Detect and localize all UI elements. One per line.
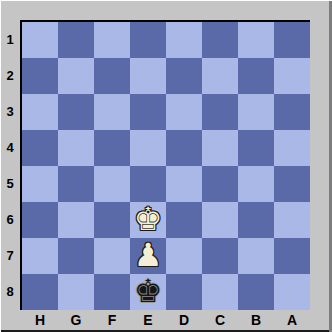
square-d2[interactable] xyxy=(166,58,202,94)
square-d7[interactable] xyxy=(166,238,202,274)
square-f5[interactable] xyxy=(94,166,130,202)
square-c5[interactable] xyxy=(202,166,238,202)
square-e3[interactable] xyxy=(130,94,166,130)
chess-board: ♚♟♚ xyxy=(20,20,310,310)
square-d5[interactable] xyxy=(166,166,202,202)
square-c1[interactable] xyxy=(202,22,238,58)
square-e2[interactable] xyxy=(130,58,166,94)
square-h2[interactable] xyxy=(22,58,58,94)
square-e6[interactable]: ♚ xyxy=(130,202,166,238)
square-d3[interactable] xyxy=(166,94,202,130)
square-d8[interactable] xyxy=(166,274,202,310)
black-king[interactable]: ♚ xyxy=(134,273,163,309)
rank-label-4: 4 xyxy=(0,130,20,166)
square-f7[interactable] xyxy=(94,238,130,274)
square-b1[interactable] xyxy=(238,22,274,58)
rank-labels: 12345678 xyxy=(0,22,20,310)
square-g4[interactable] xyxy=(58,130,94,166)
file-label-c: C xyxy=(202,310,238,332)
white-king[interactable]: ♚ xyxy=(134,201,163,237)
square-g2[interactable] xyxy=(58,58,94,94)
rank-label-2: 2 xyxy=(0,58,20,94)
square-h7[interactable] xyxy=(22,238,58,274)
white-pawn[interactable]: ♟ xyxy=(134,237,163,273)
rank-label-8: 8 xyxy=(0,274,20,310)
square-b8[interactable] xyxy=(238,274,274,310)
file-label-d: D xyxy=(166,310,202,332)
rank-label-1: 1 xyxy=(0,22,20,58)
square-h5[interactable] xyxy=(22,166,58,202)
square-g3[interactable] xyxy=(58,94,94,130)
square-g7[interactable] xyxy=(58,238,94,274)
square-h6[interactable] xyxy=(22,202,58,238)
square-e4[interactable] xyxy=(130,130,166,166)
file-label-h: H xyxy=(22,310,58,332)
square-b2[interactable] xyxy=(238,58,274,94)
square-h1[interactable] xyxy=(22,22,58,58)
square-a6[interactable] xyxy=(274,202,310,238)
square-f8[interactable] xyxy=(94,274,130,310)
rank-label-5: 5 xyxy=(0,166,20,202)
square-c8[interactable] xyxy=(202,274,238,310)
square-e5[interactable] xyxy=(130,166,166,202)
square-f2[interactable] xyxy=(94,58,130,94)
rank-label-7: 7 xyxy=(0,238,20,274)
square-h8[interactable] xyxy=(22,274,58,310)
file-label-f: F xyxy=(94,310,130,332)
square-b6[interactable] xyxy=(238,202,274,238)
square-e7[interactable]: ♟ xyxy=(130,238,166,274)
square-g8[interactable] xyxy=(58,274,94,310)
square-f1[interactable] xyxy=(94,22,130,58)
file-label-g: G xyxy=(58,310,94,332)
square-a1[interactable] xyxy=(274,22,310,58)
square-e8[interactable]: ♚ xyxy=(130,274,166,310)
square-c3[interactable] xyxy=(202,94,238,130)
file-label-a: A xyxy=(274,310,310,332)
chess-diagram-frame: 12345678 ♚♟♚ HGFEDCBA xyxy=(0,0,332,332)
square-d1[interactable] xyxy=(166,22,202,58)
square-f6[interactable] xyxy=(94,202,130,238)
square-c4[interactable] xyxy=(202,130,238,166)
square-b3[interactable] xyxy=(238,94,274,130)
square-a4[interactable] xyxy=(274,130,310,166)
square-h4[interactable] xyxy=(22,130,58,166)
square-b7[interactable] xyxy=(238,238,274,274)
square-b4[interactable] xyxy=(238,130,274,166)
square-c6[interactable] xyxy=(202,202,238,238)
rank-label-3: 3 xyxy=(0,94,20,130)
rank-label-6: 6 xyxy=(0,202,20,238)
square-a5[interactable] xyxy=(274,166,310,202)
square-e1[interactable] xyxy=(130,22,166,58)
file-label-b: B xyxy=(238,310,274,332)
square-a3[interactable] xyxy=(274,94,310,130)
square-a8[interactable] xyxy=(274,274,310,310)
file-labels: HGFEDCBA xyxy=(22,310,310,332)
square-c2[interactable] xyxy=(202,58,238,94)
square-a2[interactable] xyxy=(274,58,310,94)
square-c7[interactable] xyxy=(202,238,238,274)
square-f3[interactable] xyxy=(94,94,130,130)
square-f4[interactable] xyxy=(94,130,130,166)
square-g5[interactable] xyxy=(58,166,94,202)
square-h3[interactable] xyxy=(22,94,58,130)
square-b5[interactable] xyxy=(238,166,274,202)
square-a7[interactable] xyxy=(274,238,310,274)
file-label-e: E xyxy=(130,310,166,332)
square-g1[interactable] xyxy=(58,22,94,58)
square-g6[interactable] xyxy=(58,202,94,238)
square-d4[interactable] xyxy=(166,130,202,166)
square-d6[interactable] xyxy=(166,202,202,238)
